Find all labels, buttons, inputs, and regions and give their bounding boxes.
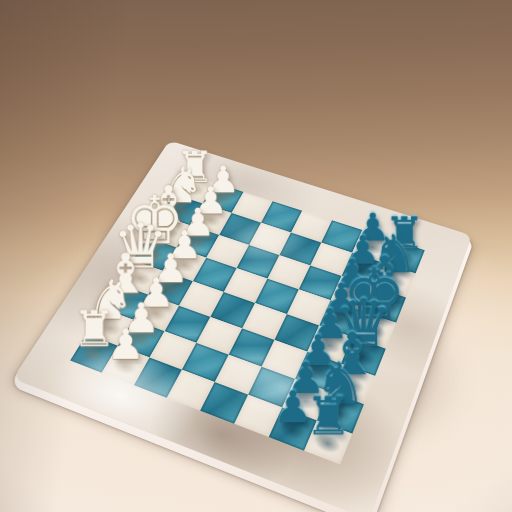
board-3d-plane: ♜♟♟♜♞♟♟♞♝♟♟♝♚♟♟♚♛♟♟♛♝♟♟♝♞♟♟♞♜♟♟♜ [13, 141, 472, 512]
piece-white-pawn: ♟ [72, 323, 179, 365]
board-grid: ♜♟♟♜♞♟♟♞♝♟♟♝♚♟♟♚♛♟♟♛♝♟♟♝♞♟♟♞♜♟♟♜ [70, 174, 425, 465]
piece-teal-rook: ♜ [272, 390, 385, 442]
perspective-scene: ♜♟♟♜♞♟♟♞♝♟♟♝♚♟♟♚♛♟♟♛♝♟♟♝♞♟♟♞♜♟♟♜ [0, 0, 512, 512]
chess-board: ♜♟♟♜♞♟♟♞♝♟♟♝♚♟♟♚♛♟♟♛♝♟♟♝♞♟♟♞♜♟♟♜ [13, 141, 472, 512]
chess-set-photo: ♜♟♟♜♞♟♟♞♝♟♟♝♚♟♟♚♛♟♟♛♝♟♟♝♞♟♟♞♜♟♟♜ [0, 0, 512, 512]
square-a8: ♜ [304, 420, 352, 464]
